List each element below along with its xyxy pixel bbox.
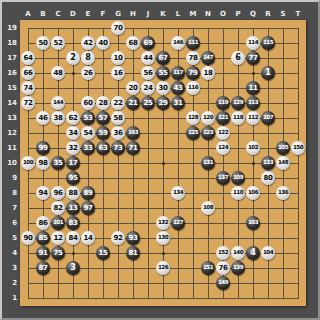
- move-number: 13: [69, 205, 78, 212]
- stone-d6: 83: [66, 216, 80, 230]
- move-number: 134: [173, 190, 183, 196]
- move-number: 128: [188, 115, 198, 121]
- stone-h18: 68: [126, 36, 140, 50]
- stone-c8: 96: [51, 186, 65, 200]
- move-number: 15: [99, 250, 108, 257]
- move-number: 83: [69, 220, 78, 227]
- stone-m13: 128: [186, 111, 200, 125]
- stone-p14: 129: [231, 96, 245, 110]
- move-number: 8: [85, 54, 91, 62]
- move-number: 71: [129, 145, 138, 152]
- stone-b8: 94: [36, 186, 50, 200]
- move-number: 149: [218, 280, 228, 286]
- stone-m16: 79: [186, 66, 200, 80]
- stone-c6: 101: [51, 216, 65, 230]
- stone-b13: 46: [36, 111, 50, 125]
- move-number: 99: [39, 145, 48, 152]
- row-label: 6: [4, 219, 17, 227]
- move-number: 72: [24, 100, 33, 107]
- move-number: 102: [248, 145, 258, 151]
- stone-f13: 57: [96, 111, 110, 125]
- column-label: J: [147, 9, 150, 19]
- stone-a10: 100: [21, 156, 35, 170]
- stone-l16: 117: [171, 66, 185, 80]
- row-label: 18: [4, 39, 17, 47]
- move-number: 85: [39, 235, 48, 242]
- move-number: 88: [69, 190, 78, 197]
- stone-l15: 43: [171, 81, 185, 95]
- stone-k3: 126: [156, 261, 170, 275]
- move-number: 63: [99, 145, 108, 152]
- stone-c4: 75: [51, 246, 65, 260]
- stone-f18: 40: [96, 36, 110, 50]
- row-label: 1: [4, 294, 17, 302]
- stone-o14: 119: [216, 96, 230, 110]
- move-number: 57: [99, 115, 108, 122]
- column-label: H: [130, 9, 136, 19]
- stone-r10: 133: [261, 156, 275, 170]
- column-label: K: [160, 9, 165, 19]
- move-number: 95: [69, 175, 78, 182]
- stone-l8: 134: [171, 186, 185, 200]
- column-label: O: [220, 9, 226, 19]
- stone-p13: 118: [231, 111, 245, 125]
- stone-n13: 120: [201, 111, 215, 125]
- move-number: 12: [54, 235, 63, 242]
- move-number: 77: [249, 55, 258, 62]
- move-number: 129: [233, 100, 243, 106]
- move-number: 144: [53, 100, 63, 106]
- column-label: L: [176, 9, 180, 19]
- move-number: 109: [233, 175, 243, 181]
- row-label: 5: [4, 234, 17, 242]
- stone-q14: 113: [246, 96, 260, 110]
- stone-b6: 86: [36, 216, 50, 230]
- stone-a15: 74: [21, 81, 35, 95]
- column-label: G: [115, 9, 121, 19]
- move-number: 48: [54, 70, 63, 77]
- move-number: 98: [39, 160, 48, 167]
- row-label: 14: [4, 99, 17, 107]
- stone-g19: 70: [111, 21, 125, 35]
- stone-p8: 110: [231, 186, 245, 200]
- move-number: 17: [69, 160, 78, 167]
- star-point: [72, 252, 75, 255]
- stone-s10: 148: [276, 156, 290, 170]
- stone-n16: 18: [201, 66, 215, 80]
- row-label: 8: [4, 189, 17, 197]
- stone-q17: 77: [246, 51, 260, 65]
- stone-a14: 72: [21, 96, 35, 110]
- move-number: 29: [159, 100, 168, 107]
- stone-m18: 111: [186, 36, 200, 50]
- move-number: 117: [173, 70, 183, 76]
- stone-g13: 58: [111, 111, 125, 125]
- column-label: S: [280, 9, 285, 19]
- move-number: 38: [54, 115, 63, 122]
- stone-q6: 103: [246, 216, 260, 230]
- stone-l18: 146: [171, 36, 185, 50]
- move-number: 55: [159, 70, 168, 77]
- stone-d7: 13: [66, 201, 80, 215]
- move-number: 33: [84, 145, 93, 152]
- move-number: 3: [70, 264, 76, 272]
- stone-o12: 122: [216, 126, 230, 140]
- stone-d5: 84: [66, 231, 80, 245]
- move-number: 6: [235, 54, 241, 62]
- stone-r16: 1: [261, 66, 275, 80]
- move-number: 78: [189, 55, 198, 62]
- stone-e13: 53: [81, 111, 95, 125]
- stone-m15: 116: [186, 81, 200, 95]
- move-number: 84: [69, 235, 78, 242]
- stone-h5: 93: [126, 231, 140, 245]
- stone-o2: 149: [216, 276, 230, 290]
- move-number: 44: [144, 55, 153, 62]
- move-number: 24: [144, 85, 153, 92]
- move-number: 40: [99, 40, 108, 47]
- move-number: 105: [278, 145, 288, 151]
- move-number: 103: [248, 220, 258, 226]
- move-number: 113: [248, 100, 258, 106]
- column-label: C: [55, 9, 60, 19]
- move-number: 90: [24, 235, 33, 242]
- column-label: D: [70, 9, 76, 19]
- move-number: 62: [69, 115, 78, 122]
- stone-e16: 26: [81, 66, 95, 80]
- move-number: 82: [54, 205, 63, 212]
- stone-e5: 14: [81, 231, 95, 245]
- column-label: Q: [250, 9, 256, 19]
- move-number: 126: [158, 265, 168, 271]
- stone-h15: 20: [126, 81, 140, 95]
- move-number: 2: [70, 54, 76, 62]
- stone-b18: 50: [36, 36, 50, 50]
- move-number: 25: [144, 100, 153, 107]
- stone-h11: 71: [126, 141, 140, 155]
- column-label: M: [190, 9, 197, 19]
- stone-l6: 127: [171, 216, 185, 230]
- row-label: 16: [4, 69, 17, 77]
- stone-e11: 33: [81, 141, 95, 155]
- stone-f12: 59: [96, 126, 110, 140]
- stone-o13: 121: [216, 111, 230, 125]
- move-number: 94: [39, 190, 48, 197]
- move-number: 101: [53, 220, 63, 226]
- stone-e12: 54: [81, 126, 95, 140]
- move-number: 116: [188, 85, 198, 91]
- stone-n10: 131: [201, 156, 215, 170]
- grid-line: [28, 283, 299, 284]
- move-number: 10: [114, 55, 123, 62]
- column-label: F: [101, 9, 106, 19]
- move-number: 69: [144, 40, 153, 47]
- stone-c14: 144: [51, 96, 65, 110]
- goban-board: 1234681011121314151617182021222425262829…: [20, 20, 306, 306]
- move-number: 80: [264, 175, 273, 182]
- move-number: 120: [203, 115, 213, 121]
- stone-d8: 88: [66, 186, 80, 200]
- move-number: 92: [114, 235, 123, 242]
- column-label: P: [235, 9, 240, 19]
- move-number: 93: [129, 235, 138, 242]
- move-number: 131: [203, 160, 213, 166]
- move-number: 148: [278, 160, 288, 166]
- move-number: 108: [203, 205, 213, 211]
- move-number: 59: [99, 130, 108, 137]
- column-label: R: [265, 9, 270, 19]
- stone-q8: 106: [246, 186, 260, 200]
- move-number: 139: [233, 265, 243, 271]
- stone-d11: 32: [66, 141, 80, 155]
- star-point: [162, 162, 165, 165]
- stone-r4: 104: [261, 246, 275, 260]
- move-number: 106: [248, 190, 258, 196]
- stone-s8: 136: [276, 186, 290, 200]
- move-number: 122: [218, 130, 228, 136]
- row-label: 9: [4, 174, 17, 182]
- move-number: 52: [54, 40, 63, 47]
- stone-n17: 147: [201, 51, 215, 65]
- move-number: 36: [114, 130, 123, 137]
- move-number: 16: [114, 70, 123, 77]
- row-label: 17: [4, 54, 17, 62]
- move-number: 60: [84, 100, 93, 107]
- stone-q11: 102: [246, 141, 260, 155]
- stone-q18: 114: [246, 36, 260, 50]
- stone-p17: 6: [231, 51, 245, 65]
- stone-t11: 150: [291, 141, 305, 155]
- move-number: 104: [263, 250, 273, 256]
- stone-c18: 52: [51, 36, 65, 50]
- move-number: 30: [159, 85, 168, 92]
- move-number: 87: [39, 265, 48, 272]
- move-number: 67: [159, 55, 168, 62]
- move-number: 96: [54, 190, 63, 197]
- stone-h4: 81: [126, 246, 140, 260]
- move-number: 114: [248, 40, 258, 46]
- row-label: 12: [4, 129, 17, 137]
- stone-c7: 82: [51, 201, 65, 215]
- stone-d17: 2: [66, 51, 80, 65]
- stone-r18: 115: [261, 36, 275, 50]
- star-point: [162, 252, 165, 255]
- stone-e18: 42: [81, 36, 95, 50]
- move-number: 66: [24, 70, 33, 77]
- stone-e7: 97: [81, 201, 95, 215]
- stone-g16: 16: [111, 66, 125, 80]
- stone-f4: 15: [96, 246, 110, 260]
- move-number: 53: [84, 115, 93, 122]
- stone-c16: 48: [51, 66, 65, 80]
- move-number: 54: [84, 130, 93, 137]
- move-number: 118: [233, 115, 243, 121]
- stone-e8: 89: [81, 186, 95, 200]
- stone-k5: 130: [156, 231, 170, 245]
- row-label: 3: [4, 264, 17, 272]
- move-number: 1: [265, 69, 271, 77]
- move-number: 75: [54, 250, 63, 257]
- stone-p4: 140: [231, 246, 245, 260]
- stone-j18: 69: [141, 36, 155, 50]
- stone-o3: 76: [216, 261, 230, 275]
- go-diagram: ABCDEFGHJKLMNOPQRST191817161514131211109…: [0, 0, 320, 320]
- row-label: 19: [4, 24, 17, 32]
- move-number: 146: [173, 40, 183, 46]
- move-number: 70: [114, 25, 123, 32]
- stone-g14: 22: [111, 96, 125, 110]
- stone-j16: 56: [141, 66, 155, 80]
- stone-q13: 112: [246, 111, 260, 125]
- stone-c5: 12: [51, 231, 65, 245]
- stone-o11: 124: [216, 141, 230, 155]
- move-number: 152: [218, 250, 228, 256]
- move-number: 79: [189, 70, 198, 77]
- stone-k6: 132: [156, 216, 170, 230]
- stone-e14: 60: [81, 96, 95, 110]
- move-number: 43: [174, 85, 183, 92]
- move-number: 150: [293, 145, 303, 151]
- stone-j14: 25: [141, 96, 155, 110]
- move-number: 32: [69, 145, 78, 152]
- stone-f14: 28: [96, 96, 110, 110]
- move-number: 18: [204, 70, 213, 77]
- move-number: 119: [218, 100, 228, 106]
- move-number: 31: [174, 100, 183, 107]
- stone-o4: 152: [216, 246, 230, 260]
- stone-k14: 29: [156, 96, 170, 110]
- move-number: 21: [129, 100, 138, 107]
- stone-b5: 85: [36, 231, 50, 245]
- row-label: 2: [4, 279, 17, 287]
- move-number: 107: [263, 115, 273, 121]
- move-number: 86: [39, 220, 48, 227]
- stone-k17: 67: [156, 51, 170, 65]
- move-number: 112: [248, 115, 258, 121]
- stone-c10: 35: [51, 156, 65, 170]
- move-number: 56: [144, 70, 153, 77]
- row-label: 11: [4, 144, 17, 152]
- column-label: E: [86, 9, 91, 19]
- stone-j17: 44: [141, 51, 155, 65]
- stone-e17: 8: [81, 51, 95, 65]
- stone-l14: 31: [171, 96, 185, 110]
- move-number: 26: [84, 70, 93, 77]
- grid-line: [298, 28, 299, 299]
- stone-g5: 92: [111, 231, 125, 245]
- move-number: 68: [129, 40, 138, 47]
- stone-g11: 73: [111, 141, 125, 155]
- stone-r9: 80: [261, 171, 275, 185]
- stone-h14: 21: [126, 96, 140, 110]
- column-label: N: [205, 9, 211, 19]
- stone-c13: 38: [51, 111, 65, 125]
- stone-f11: 63: [96, 141, 110, 155]
- move-number: 46: [39, 115, 48, 122]
- move-number: 123: [203, 130, 213, 136]
- row-label: 13: [4, 114, 17, 122]
- stone-b11: 99: [36, 141, 50, 155]
- stone-o9: 137: [216, 171, 230, 185]
- stone-m12: 125: [186, 126, 200, 140]
- stone-b3: 87: [36, 261, 50, 275]
- stone-s11: 105: [276, 141, 290, 155]
- row-label: 7: [4, 204, 17, 212]
- move-number: 111: [188, 40, 198, 46]
- move-number: 132: [158, 220, 168, 226]
- star-point: [72, 72, 75, 75]
- move-number: 50: [39, 40, 48, 47]
- stone-n12: 123: [201, 126, 215, 140]
- grid-line: [28, 298, 299, 299]
- move-number: 89: [84, 190, 93, 197]
- stone-h12: 143: [126, 126, 140, 140]
- move-number: 140: [233, 250, 243, 256]
- stone-d12: 34: [66, 126, 80, 140]
- move-number: 136: [278, 190, 288, 196]
- stone-n3: 151: [201, 261, 215, 275]
- stone-p3: 139: [231, 261, 245, 275]
- row-label: 4: [4, 249, 17, 257]
- column-label: B: [40, 9, 45, 19]
- move-number: 97: [84, 205, 93, 212]
- stone-d3: 3: [66, 261, 80, 275]
- move-number: 28: [99, 100, 108, 107]
- move-number: 81: [129, 250, 138, 257]
- move-number: 34: [69, 130, 78, 137]
- move-number: 35: [54, 160, 63, 167]
- move-number: 115: [263, 40, 273, 46]
- move-number: 130: [158, 235, 168, 241]
- move-number: 100: [23, 160, 33, 166]
- stone-b4: 91: [36, 246, 50, 260]
- stone-q4: 4: [246, 246, 260, 260]
- star-point: [252, 162, 255, 165]
- row-label: 10: [4, 159, 17, 167]
- stone-b10: 98: [36, 156, 50, 170]
- move-number: 20: [129, 85, 138, 92]
- move-number: 110: [233, 190, 243, 196]
- move-number: 74: [24, 85, 33, 92]
- star-point: [252, 72, 255, 75]
- move-number: 4: [250, 249, 256, 257]
- stone-g12: 36: [111, 126, 125, 140]
- move-number: 76: [219, 265, 228, 272]
- move-number: 64: [24, 55, 33, 62]
- stone-a17: 64: [21, 51, 35, 65]
- move-number: 151: [203, 265, 213, 271]
- stone-a16: 66: [21, 66, 35, 80]
- move-number: 11: [249, 85, 258, 92]
- stone-n7: 108: [201, 201, 215, 215]
- row-label: 15: [4, 84, 17, 92]
- move-number: 133: [263, 160, 273, 166]
- move-number: 125: [188, 130, 198, 136]
- move-number: 22: [114, 100, 123, 107]
- stone-m17: 78: [186, 51, 200, 65]
- stone-a5: 90: [21, 231, 35, 245]
- move-number: 14: [84, 235, 93, 242]
- stone-q15: 11: [246, 81, 260, 95]
- stone-d10: 17: [66, 156, 80, 170]
- move-number: 137: [218, 175, 228, 181]
- move-number: 91: [39, 250, 48, 257]
- stone-r13: 107: [261, 111, 275, 125]
- move-number: 127: [173, 220, 183, 226]
- stone-k16: 55: [156, 66, 170, 80]
- move-number: 73: [114, 145, 123, 152]
- column-label: T: [296, 9, 301, 19]
